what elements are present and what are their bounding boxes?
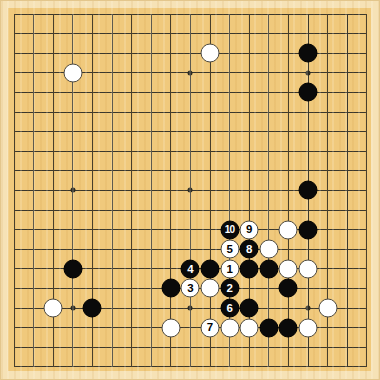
black-stone[interactable] (279, 279, 298, 298)
white-stone[interactable] (279, 220, 298, 239)
white-stone[interactable] (299, 259, 318, 278)
black-stone[interactable] (299, 44, 318, 63)
move-number: 2 (226, 283, 232, 295)
white-stone[interactable]: 7 (201, 318, 220, 337)
grid-line-horizontal (14, 347, 368, 348)
white-stone[interactable] (63, 63, 82, 82)
move-number: 9 (246, 224, 252, 236)
white-stone[interactable]: 3 (181, 279, 200, 298)
black-stone[interactable] (259, 318, 278, 337)
grid-line-horizontal (14, 249, 368, 250)
star-point (70, 188, 75, 193)
move-number: 10 (225, 225, 235, 235)
white-stone[interactable]: 5 (220, 240, 239, 259)
black-stone[interactable] (83, 299, 102, 318)
black-stone[interactable] (299, 220, 318, 239)
black-stone[interactable]: 2 (220, 279, 239, 298)
move-number: 5 (226, 243, 232, 255)
star-point (188, 70, 193, 75)
black-stone[interactable] (259, 259, 278, 278)
white-stone[interactable] (279, 259, 298, 278)
black-stone[interactable]: 6 (220, 299, 239, 318)
star-point (70, 306, 75, 311)
grid-line-vertical (366, 14, 367, 368)
grid-line-vertical (210, 14, 211, 368)
white-stone[interactable] (220, 318, 239, 337)
white-stone[interactable] (318, 299, 337, 318)
white-stone[interactable] (201, 279, 220, 298)
black-stone[interactable] (299, 83, 318, 102)
white-stone[interactable] (240, 318, 259, 337)
black-stone[interactable]: 4 (181, 259, 200, 278)
black-stone[interactable] (161, 279, 180, 298)
star-point (306, 70, 311, 75)
star-point (306, 306, 311, 311)
black-stone[interactable]: 8 (240, 240, 259, 259)
move-number: 8 (246, 243, 252, 255)
black-stone[interactable] (279, 318, 298, 337)
white-stone[interactable] (259, 240, 278, 259)
star-point (188, 306, 193, 311)
white-stone[interactable] (44, 299, 63, 318)
move-number: 3 (187, 283, 193, 295)
black-stone[interactable]: 10 (220, 220, 239, 239)
star-point (188, 188, 193, 193)
black-stone[interactable] (299, 181, 318, 200)
white-stone[interactable]: 9 (240, 220, 259, 239)
move-number: 4 (187, 263, 193, 275)
go-board[interactable]: 10958413267 (0, 0, 380, 380)
black-stone[interactable] (63, 259, 82, 278)
white-stone[interactable] (201, 44, 220, 63)
grid-line-vertical (347, 14, 348, 368)
black-stone[interactable] (240, 259, 259, 278)
black-stone[interactable] (240, 299, 259, 318)
grid-line-vertical (268, 14, 269, 368)
move-number: 7 (207, 322, 213, 334)
move-number: 6 (226, 302, 232, 314)
white-stone[interactable] (299, 318, 318, 337)
grid-line-horizontal (14, 366, 368, 367)
white-stone[interactable] (161, 318, 180, 337)
grid-line-horizontal (14, 210, 368, 211)
grid-line-vertical (288, 14, 289, 368)
black-stone[interactable] (201, 259, 220, 278)
move-number: 1 (226, 263, 232, 275)
white-stone[interactable]: 1 (220, 259, 239, 278)
